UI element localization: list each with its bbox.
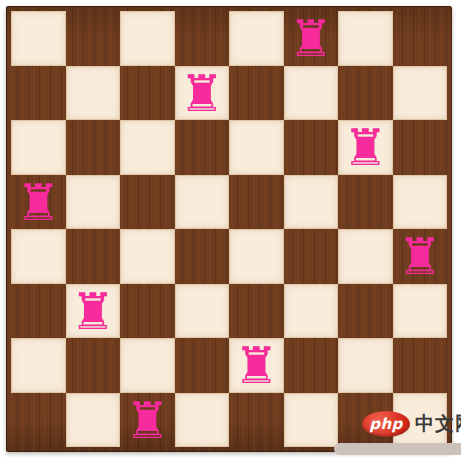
board-square — [393, 11, 448, 66]
board-square — [338, 229, 393, 284]
watermark-site-text: 中文网 — [415, 411, 461, 437]
board-square — [11, 120, 66, 175]
board-square — [11, 284, 66, 339]
board-square — [11, 11, 66, 66]
board-square — [229, 229, 284, 284]
rook-piece: ♜ — [70, 287, 115, 337]
board-square — [120, 229, 175, 284]
board-square — [338, 284, 393, 339]
board-square — [66, 393, 121, 448]
board-square — [229, 66, 284, 121]
board-square — [229, 175, 284, 230]
page: ♜♜♜♜♜♜♜♜ php 中文网 — [0, 0, 461, 457]
board-square — [175, 11, 230, 66]
board-square — [11, 393, 66, 448]
board-square — [120, 66, 175, 121]
rook-piece: ♜ — [288, 14, 333, 64]
board-square — [338, 11, 393, 66]
rook-piece: ♜ — [343, 123, 388, 173]
board-square — [11, 338, 66, 393]
board-square: ♜ — [229, 338, 284, 393]
board-square — [66, 11, 121, 66]
board-square — [338, 66, 393, 121]
board-square — [284, 338, 339, 393]
rook-piece: ♜ — [16, 178, 61, 228]
board-square — [393, 66, 448, 121]
board-square: ♜ — [338, 120, 393, 175]
rook-piece: ♜ — [125, 396, 170, 446]
board-square — [66, 120, 121, 175]
board-square — [338, 338, 393, 393]
board-square — [393, 175, 448, 230]
board-square: ♜ — [393, 229, 448, 284]
board-square — [393, 120, 448, 175]
board-square — [284, 284, 339, 339]
board-square — [120, 120, 175, 175]
board-square: ♜ — [175, 66, 230, 121]
board-square — [175, 175, 230, 230]
board-square — [175, 120, 230, 175]
board-square: ♜ — [11, 175, 66, 230]
board-square — [120, 338, 175, 393]
board-square — [175, 338, 230, 393]
board-square — [229, 284, 284, 339]
board-square — [393, 338, 448, 393]
board-square: ♜ — [284, 11, 339, 66]
board-square — [66, 175, 121, 230]
rook-piece: ♜ — [397, 232, 442, 282]
board-square — [229, 393, 284, 448]
php-logo-badge: php — [362, 411, 410, 437]
board-square — [120, 175, 175, 230]
table-edge-shadow — [334, 443, 461, 455]
board-square — [284, 120, 339, 175]
rook-piece: ♜ — [234, 341, 279, 391]
board-square — [284, 229, 339, 284]
board-square — [66, 338, 121, 393]
board-square — [284, 393, 339, 448]
watermark: php 中文网 — [362, 411, 461, 437]
board-square — [284, 66, 339, 121]
board-square — [338, 175, 393, 230]
board-square — [229, 120, 284, 175]
php-logo-text: php — [369, 415, 403, 433]
board-square — [66, 229, 121, 284]
board-square — [393, 284, 448, 339]
board-grid: ♜♜♜♜♜♜♜♜ — [11, 11, 447, 447]
board-square — [11, 229, 66, 284]
board-square — [175, 284, 230, 339]
rook-piece: ♜ — [179, 69, 224, 119]
board-square — [120, 11, 175, 66]
board-square — [120, 284, 175, 339]
board-square — [175, 229, 230, 284]
chess-board: ♜♜♜♜♜♜♜♜ — [6, 6, 452, 452]
board-square — [11, 66, 66, 121]
board-square: ♜ — [66, 284, 121, 339]
board-square — [284, 175, 339, 230]
board-square — [229, 11, 284, 66]
board-square — [175, 393, 230, 448]
board-square: ♜ — [120, 393, 175, 448]
board-square — [66, 66, 121, 121]
